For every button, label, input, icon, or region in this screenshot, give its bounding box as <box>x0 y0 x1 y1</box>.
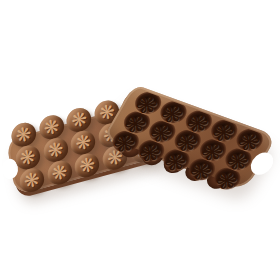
back-mold-tray: ❃❃❃❃❃❃❃❃❃❃❃❃❃❃❃ <box>103 84 277 191</box>
product-photo-stage: ❋❋❋❋❋❋❋❋❋❋❋❋❋❋❋ ❃❃❃❃❃❃❃❃❃❃❃❃❃❃❃ <box>0 0 280 280</box>
chocolate-flower: ❋ <box>45 158 73 187</box>
chocolate-flower: ❋ <box>18 166 46 195</box>
chocolate-flower: ❋ <box>73 151 101 180</box>
cavity-grid: ❃❃❃❃❃❃❃❃❃❃❃❃❃❃❃ <box>113 89 268 183</box>
